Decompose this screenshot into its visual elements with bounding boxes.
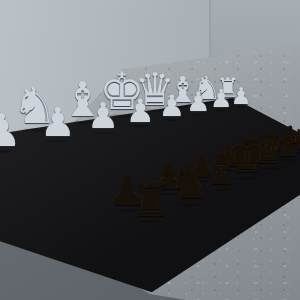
scene: ABCDEFGH 87654321 ♜♞♝♚♛♝♞♜♟♟♟♟♟♟♟♟♟♟♟♟♟♟… [0,0,300,300]
